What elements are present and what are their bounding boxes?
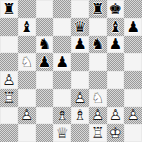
square-h3[interactable]	[124, 89, 142, 107]
white-pawn: ♙	[0, 71, 18, 89]
white-pawn-fill: ♟	[107, 107, 125, 125]
square-g3[interactable]	[107, 89, 125, 107]
square-e2[interactable]: ♝♗	[71, 107, 89, 125]
square-b2[interactable]: ♟♙	[18, 107, 36, 125]
square-g6[interactable]: ♟	[107, 36, 125, 54]
white-knight: ♘	[89, 89, 107, 107]
square-c3[interactable]	[36, 89, 54, 107]
white-pawn-fill: ♟	[124, 107, 142, 125]
white-bishop: ♗	[53, 107, 71, 125]
square-c8[interactable]	[36, 0, 54, 18]
square-b3[interactable]	[18, 89, 36, 107]
square-b7[interactable]: ♝	[18, 18, 36, 36]
square-f2[interactable]: ♟♙	[89, 107, 107, 125]
square-a1[interactable]	[0, 124, 18, 142]
square-b8[interactable]	[18, 0, 36, 18]
square-e3[interactable]: ♟♙	[71, 89, 89, 107]
square-d4[interactable]	[53, 71, 71, 89]
black-bishop: ♝	[107, 18, 125, 36]
square-c6[interactable]: ♞	[36, 36, 54, 54]
black-rook: ♜	[89, 0, 107, 18]
black-pawn: ♟	[36, 53, 54, 71]
square-c2[interactable]	[36, 107, 54, 125]
white-pawn-fill: ♟	[89, 107, 107, 125]
white-queen: ♕	[53, 124, 71, 142]
white-rook-fill: ♜	[0, 89, 18, 107]
square-a4[interactable]: ♟♙	[0, 71, 18, 89]
white-knight-fill: ♞	[89, 89, 107, 107]
white-bishop-fill: ♝	[53, 107, 71, 125]
square-e5[interactable]	[71, 53, 89, 71]
black-knight: ♞	[36, 36, 54, 54]
white-pawn: ♙	[124, 107, 142, 125]
square-a6[interactable]	[0, 36, 18, 54]
square-d8[interactable]	[53, 0, 71, 18]
square-g8[interactable]: ♚	[107, 0, 125, 18]
white-pawn-fill: ♟	[0, 71, 18, 89]
square-c5[interactable]: ♟	[36, 53, 54, 71]
square-a5[interactable]	[0, 53, 18, 71]
black-queen: ♛	[71, 18, 89, 36]
white-pawn: ♙	[107, 107, 125, 125]
square-e6[interactable]: ♟	[71, 36, 89, 54]
square-b5[interactable]: ♞♘	[18, 53, 36, 71]
white-rook-fill: ♜	[89, 124, 107, 142]
black-bishop: ♝	[18, 18, 36, 36]
white-bishop: ♗	[71, 107, 89, 125]
white-rook: ♖	[0, 89, 18, 107]
black-knight: ♞	[89, 36, 107, 54]
white-pawn-fill: ♟	[71, 89, 89, 107]
square-a2[interactable]	[0, 107, 18, 125]
square-d6[interactable]	[53, 36, 71, 54]
square-a8[interactable]: ♜	[0, 0, 18, 18]
white-rook: ♖	[89, 124, 107, 142]
square-g1[interactable]: ♚♔	[107, 124, 125, 142]
square-b4[interactable]	[18, 71, 36, 89]
square-b1[interactable]	[18, 124, 36, 142]
black-rook: ♜	[0, 0, 18, 18]
chess-board: ♜♜♚♝♛♝♟♞♟♞♟♞♘♟♟♟♙♜♖♟♙♞♘♟♙♝♗♝♗♟♙♟♙♟♙♛♕♜♖♚…	[0, 0, 142, 142]
square-c7[interactable]	[36, 18, 54, 36]
square-h5[interactable]	[124, 53, 142, 71]
white-pawn: ♙	[89, 107, 107, 125]
square-h2[interactable]: ♟♙	[124, 107, 142, 125]
square-d2[interactable]: ♝♗	[53, 107, 71, 125]
square-a3[interactable]: ♜♖	[0, 89, 18, 107]
square-f4[interactable]	[89, 71, 107, 89]
square-g5[interactable]	[107, 53, 125, 71]
square-f8[interactable]: ♜	[89, 0, 107, 18]
white-knight: ♘	[18, 53, 36, 71]
black-king: ♚	[107, 0, 125, 18]
white-pawn-fill: ♟	[18, 107, 36, 125]
square-e7[interactable]: ♛	[71, 18, 89, 36]
square-g7[interactable]: ♝	[107, 18, 125, 36]
square-f6[interactable]: ♞	[89, 36, 107, 54]
white-pawn: ♙	[18, 107, 36, 125]
square-d7[interactable]	[53, 18, 71, 36]
white-bishop-fill: ♝	[71, 107, 89, 125]
square-f7[interactable]	[89, 18, 107, 36]
square-c1[interactable]	[36, 124, 54, 142]
square-e8[interactable]	[71, 0, 89, 18]
square-d5[interactable]: ♟	[53, 53, 71, 71]
white-queen-fill: ♛	[53, 124, 71, 142]
square-d1[interactable]: ♛♕	[53, 124, 71, 142]
square-f5[interactable]	[89, 53, 107, 71]
square-f1[interactable]: ♜♖	[89, 124, 107, 142]
square-b6[interactable]	[18, 36, 36, 54]
square-g2[interactable]: ♟♙	[107, 107, 125, 125]
white-pawn: ♙	[71, 89, 89, 107]
black-pawn: ♟	[71, 36, 89, 54]
black-pawn: ♟	[107, 36, 125, 54]
square-h6[interactable]	[124, 36, 142, 54]
square-d3[interactable]	[53, 89, 71, 107]
black-pawn: ♟	[53, 53, 71, 71]
square-h8[interactable]	[124, 0, 142, 18]
square-e4[interactable]	[71, 71, 89, 89]
square-h4[interactable]	[124, 71, 142, 89]
square-h1[interactable]	[124, 124, 142, 142]
square-h7[interactable]: ♟	[124, 18, 142, 36]
square-g4[interactable]	[107, 71, 125, 89]
square-f3[interactable]: ♞♘	[89, 89, 107, 107]
white-king-fill: ♚	[107, 124, 125, 142]
white-knight-fill: ♞	[18, 53, 36, 71]
white-king: ♔	[107, 124, 125, 142]
square-a7[interactable]	[0, 18, 18, 36]
square-e1[interactable]	[71, 124, 89, 142]
square-c4[interactable]	[36, 71, 54, 89]
black-pawn: ♟	[124, 18, 142, 36]
